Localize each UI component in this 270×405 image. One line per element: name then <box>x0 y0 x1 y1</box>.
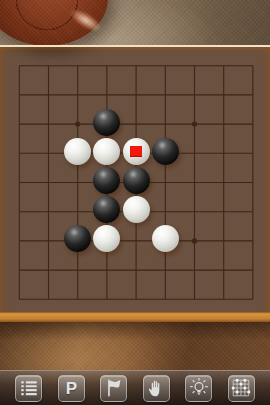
board-point[interactable] <box>151 253 180 282</box>
board-point[interactable] <box>63 137 92 166</box>
board-point[interactable] <box>5 283 34 312</box>
board-point[interactable] <box>238 195 267 224</box>
stone-black <box>93 196 120 223</box>
stone-black <box>152 138 179 165</box>
board-point[interactable] <box>209 78 238 107</box>
board-point[interactable] <box>92 224 121 253</box>
board-point[interactable] <box>34 78 63 107</box>
go-app-screen: P <box>0 0 270 405</box>
board-point[interactable] <box>5 107 34 136</box>
hint-button[interactable] <box>185 375 212 402</box>
board-stones-layer <box>5 49 268 312</box>
position-button[interactable] <box>228 375 255 402</box>
board-point[interactable] <box>209 137 238 166</box>
board-point[interactable] <box>63 253 92 282</box>
table-cloth-top <box>0 0 270 46</box>
board-point[interactable] <box>5 166 34 195</box>
board-point[interactable] <box>34 49 63 78</box>
board-point[interactable] <box>180 195 209 224</box>
board-point[interactable] <box>34 137 63 166</box>
board-point[interactable] <box>209 224 238 253</box>
board-point[interactable] <box>151 78 180 107</box>
board-point[interactable] <box>121 224 150 253</box>
stone-black <box>64 225 91 252</box>
board-point[interactable] <box>92 166 121 195</box>
board-point[interactable] <box>63 107 92 136</box>
board-point[interactable] <box>63 49 92 78</box>
board-point[interactable] <box>209 253 238 282</box>
board-point[interactable] <box>180 137 209 166</box>
board-point[interactable] <box>151 137 180 166</box>
board-point[interactable] <box>92 107 121 136</box>
board-point[interactable] <box>5 224 34 253</box>
hand-icon <box>145 377 167 399</box>
hand-button[interactable] <box>143 375 170 402</box>
board-point[interactable] <box>238 107 267 136</box>
board-point[interactable] <box>238 137 267 166</box>
board-point[interactable] <box>92 78 121 107</box>
board-point[interactable] <box>5 137 34 166</box>
board-point[interactable] <box>121 253 150 282</box>
board-point[interactable] <box>121 137 150 166</box>
board-point[interactable] <box>151 283 180 312</box>
board-point[interactable] <box>209 283 238 312</box>
board-point[interactable] <box>121 107 150 136</box>
board-point[interactable] <box>121 78 150 107</box>
board-point[interactable] <box>151 107 180 136</box>
board-point[interactable] <box>121 49 150 78</box>
go-stone-bowl-lid <box>0 0 108 46</box>
board-point[interactable] <box>63 224 92 253</box>
stone-white <box>93 138 120 165</box>
board-point[interactable] <box>92 195 121 224</box>
board-point[interactable] <box>92 137 121 166</box>
board-point[interactable] <box>92 253 121 282</box>
board-point[interactable] <box>238 49 267 78</box>
board-point[interactable] <box>5 253 34 282</box>
board-point[interactable] <box>180 49 209 78</box>
board-point[interactable] <box>63 195 92 224</box>
board-grid-icon <box>230 377 252 399</box>
board-point[interactable] <box>238 224 267 253</box>
board-point[interactable] <box>63 166 92 195</box>
board-point[interactable] <box>180 78 209 107</box>
stone-black <box>123 167 150 194</box>
board-point[interactable] <box>238 166 267 195</box>
board-point[interactable] <box>180 283 209 312</box>
stone-white <box>93 225 120 252</box>
pass-button[interactable]: P <box>58 375 85 402</box>
board-point[interactable] <box>151 49 180 78</box>
resign-button[interactable] <box>100 375 127 402</box>
board-point[interactable] <box>34 195 63 224</box>
board-point[interactable] <box>34 253 63 282</box>
board-point[interactable] <box>92 283 121 312</box>
board-point[interactable] <box>151 166 180 195</box>
last-move-marker <box>130 146 142 158</box>
toolbar: P <box>0 370 270 405</box>
board-point[interactable] <box>151 195 180 224</box>
board-point[interactable] <box>5 49 34 78</box>
board-point[interactable] <box>151 224 180 253</box>
board-point[interactable] <box>121 166 150 195</box>
stone-white <box>152 225 179 252</box>
board-point[interactable] <box>34 224 63 253</box>
board-point[interactable] <box>209 166 238 195</box>
board-point[interactable] <box>92 49 121 78</box>
list-menu-icon <box>18 377 40 399</box>
stone-white <box>123 196 150 223</box>
board-point[interactable] <box>34 166 63 195</box>
board-point[interactable] <box>63 283 92 312</box>
board-point[interactable] <box>209 107 238 136</box>
menu-button[interactable] <box>15 375 42 402</box>
board-point[interactable] <box>238 78 267 107</box>
board-point[interactable] <box>180 166 209 195</box>
board-point[interactable] <box>5 195 34 224</box>
flag-icon <box>103 377 125 399</box>
board-point[interactable] <box>180 253 209 282</box>
board-point[interactable] <box>238 253 267 282</box>
board-point[interactable] <box>5 78 34 107</box>
go-board[interactable] <box>0 45 270 324</box>
letter-p-icon: P <box>66 380 77 397</box>
board-point[interactable] <box>34 107 63 136</box>
stone-black <box>93 167 120 194</box>
board-point[interactable] <box>209 195 238 224</box>
lightbulb-icon <box>188 377 210 399</box>
stone-white <box>64 138 91 165</box>
board-point[interactable] <box>180 107 209 136</box>
board-point[interactable] <box>238 283 267 312</box>
stone-black <box>93 109 120 136</box>
board-point[interactable] <box>121 283 150 312</box>
board-point[interactable] <box>121 195 150 224</box>
board-point[interactable] <box>34 283 63 312</box>
board-point[interactable] <box>63 78 92 107</box>
board-point[interactable] <box>180 224 209 253</box>
board-point[interactable] <box>209 49 238 78</box>
